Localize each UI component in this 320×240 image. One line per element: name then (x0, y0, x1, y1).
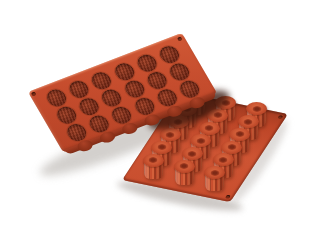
cup-dimple (188, 151, 197, 157)
mold-cavity (99, 87, 125, 109)
cup-top (160, 128, 181, 141)
cup-top (143, 154, 164, 167)
cup-dimple (252, 106, 261, 112)
cup-top (238, 115, 259, 128)
mold-cavity (154, 87, 180, 109)
cup-dimple (196, 138, 205, 144)
cup-dimple (180, 163, 189, 169)
hanging-hole (225, 195, 231, 199)
mold-cavity (86, 113, 112, 135)
cup-dimple (166, 132, 175, 138)
cup-top (199, 122, 220, 135)
cup-dimple (157, 144, 166, 150)
mold-cavity (132, 96, 158, 118)
cup-top (221, 141, 242, 154)
mold-cavity (64, 121, 90, 143)
cup-dimple (227, 144, 236, 150)
cup-dimple (213, 112, 222, 118)
mold-cavity (109, 104, 135, 126)
product-photo (0, 0, 320, 240)
mold-cup-bump (204, 166, 225, 191)
mold-cup-bump (143, 154, 164, 179)
cup-top (151, 141, 172, 154)
mold-cup-bump (174, 160, 195, 185)
cup-dimple (235, 131, 244, 137)
cup-top (182, 147, 203, 160)
mold-cavity (89, 70, 115, 92)
cup-dimple (149, 157, 158, 163)
cup-dimple (210, 170, 219, 176)
cup-top (174, 160, 195, 173)
cup-dimple (205, 125, 214, 131)
hanging-hole (277, 115, 283, 119)
cup-dimple (244, 119, 253, 125)
cup-dimple (219, 157, 228, 163)
mold-cavity (177, 78, 203, 100)
